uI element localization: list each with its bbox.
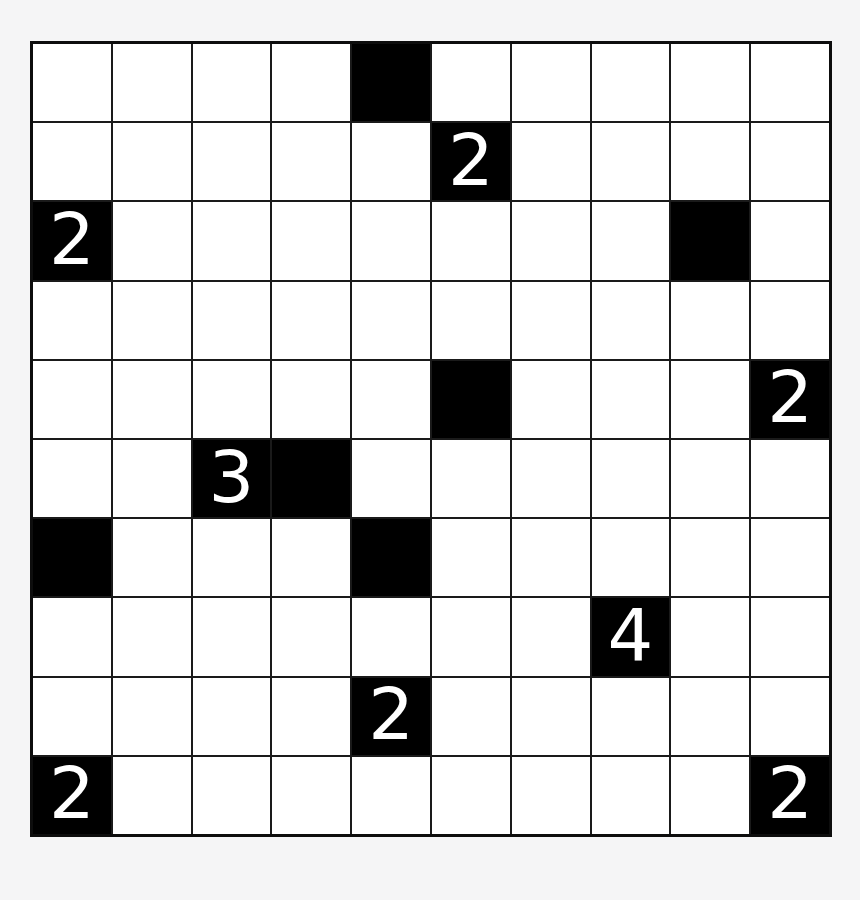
white-cell-r9c8[interactable] [592, 678, 670, 755]
clue-number: 2 [49, 757, 95, 829]
white-cell-r7c3[interactable] [193, 519, 271, 596]
white-cell-r9c10[interactable] [751, 678, 829, 755]
white-cell-r3c2[interactable] [113, 202, 191, 279]
white-cell-r2c3[interactable] [193, 123, 271, 200]
clue-number: 2 [49, 203, 95, 275]
white-cell-r9c2[interactable] [113, 678, 191, 755]
white-cell-r10c6[interactable] [432, 757, 510, 834]
white-cell-r9c6[interactable] [432, 678, 510, 755]
white-cell-r9c9[interactable] [671, 678, 749, 755]
black-cell-r7c1 [33, 519, 111, 596]
white-cell-r2c1[interactable] [33, 123, 111, 200]
white-cell-r9c4[interactable] [272, 678, 350, 755]
clue-cell-r2c6: 2 [432, 123, 510, 200]
white-cell-r6c2[interactable] [113, 440, 191, 517]
white-cell-r4c10[interactable] [751, 282, 829, 359]
white-cell-r10c3[interactable] [193, 757, 271, 834]
akari-board: 22234222 [30, 41, 832, 837]
white-cell-r5c9[interactable] [671, 361, 749, 438]
white-cell-r6c5[interactable] [352, 440, 430, 517]
white-cell-r8c3[interactable] [193, 598, 271, 675]
white-cell-r2c5[interactable] [352, 123, 430, 200]
clue-cell-r8c8: 4 [592, 598, 670, 675]
white-cell-r9c3[interactable] [193, 678, 271, 755]
white-cell-r7c7[interactable] [512, 519, 590, 596]
white-cell-r1c1[interactable] [33, 44, 111, 121]
black-cell-r3c9 [671, 202, 749, 279]
clue-number: 2 [767, 361, 813, 433]
white-cell-r2c10[interactable] [751, 123, 829, 200]
clue-cell-r5c10: 2 [751, 361, 829, 438]
white-cell-r7c8[interactable] [592, 519, 670, 596]
white-cell-r1c6[interactable] [432, 44, 510, 121]
white-cell-r5c3[interactable] [193, 361, 271, 438]
white-cell-r7c10[interactable] [751, 519, 829, 596]
white-cell-r2c4[interactable] [272, 123, 350, 200]
white-cell-r8c4[interactable] [272, 598, 350, 675]
white-cell-r1c4[interactable] [272, 44, 350, 121]
white-cell-r2c7[interactable] [512, 123, 590, 200]
white-cell-r7c9[interactable] [671, 519, 749, 596]
white-cell-r3c7[interactable] [512, 202, 590, 279]
white-cell-r7c6[interactable] [432, 519, 510, 596]
clue-cell-r9c5: 2 [352, 678, 430, 755]
clue-number: 2 [767, 757, 813, 829]
clue-cell-r6c3: 3 [193, 440, 271, 517]
white-cell-r4c4[interactable] [272, 282, 350, 359]
white-cell-r8c9[interactable] [671, 598, 749, 675]
white-cell-r6c6[interactable] [432, 440, 510, 517]
white-cell-r4c2[interactable] [113, 282, 191, 359]
black-cell-r5c6 [432, 361, 510, 438]
black-cell-r6c4 [272, 440, 350, 517]
clue-number: 3 [209, 441, 255, 513]
black-cell-r7c5 [352, 519, 430, 596]
white-cell-r8c5[interactable] [352, 598, 430, 675]
white-cell-r9c1[interactable] [33, 678, 111, 755]
white-cell-r5c2[interactable] [113, 361, 191, 438]
white-cell-r4c7[interactable] [512, 282, 590, 359]
white-cell-r6c9[interactable] [671, 440, 749, 517]
white-cell-r4c6[interactable] [432, 282, 510, 359]
white-cell-r10c2[interactable] [113, 757, 191, 834]
white-cell-r1c3[interactable] [193, 44, 271, 121]
white-cell-r1c2[interactable] [113, 44, 191, 121]
white-cell-r1c10[interactable] [751, 44, 829, 121]
white-cell-r10c4[interactable] [272, 757, 350, 834]
white-cell-r1c7[interactable] [512, 44, 590, 121]
white-cell-r6c10[interactable] [751, 440, 829, 517]
white-cell-r8c2[interactable] [113, 598, 191, 675]
white-cell-r10c8[interactable] [592, 757, 670, 834]
white-cell-r4c9[interactable] [671, 282, 749, 359]
clue-cell-r10c1: 2 [33, 757, 111, 834]
white-cell-r7c2[interactable] [113, 519, 191, 596]
clue-number: 2 [368, 678, 414, 750]
clue-cell-r10c10: 2 [751, 757, 829, 834]
white-cell-r2c8[interactable] [592, 123, 670, 200]
white-cell-r5c1[interactable] [33, 361, 111, 438]
white-cell-r7c4[interactable] [272, 519, 350, 596]
white-cell-r4c8[interactable] [592, 282, 670, 359]
white-cell-r5c5[interactable] [352, 361, 430, 438]
white-cell-r3c10[interactable] [751, 202, 829, 279]
white-cell-r2c9[interactable] [671, 123, 749, 200]
white-cell-r8c6[interactable] [432, 598, 510, 675]
white-cell-r3c6[interactable] [432, 202, 510, 279]
white-cell-r3c5[interactable] [352, 202, 430, 279]
white-cell-r8c10[interactable] [751, 598, 829, 675]
white-cell-r8c1[interactable] [33, 598, 111, 675]
white-cell-r4c1[interactable] [33, 282, 111, 359]
white-cell-r6c1[interactable] [33, 440, 111, 517]
white-cell-r3c8[interactable] [592, 202, 670, 279]
clue-cell-r3c1: 2 [33, 202, 111, 279]
white-cell-r10c7[interactable] [512, 757, 590, 834]
white-cell-r6c7[interactable] [512, 440, 590, 517]
white-cell-r5c7[interactable] [512, 361, 590, 438]
white-cell-r3c4[interactable] [272, 202, 350, 279]
white-cell-r8c7[interactable] [512, 598, 590, 675]
clue-number: 2 [448, 124, 494, 196]
white-cell-r6c8[interactable] [592, 440, 670, 517]
white-cell-r1c9[interactable] [671, 44, 749, 121]
white-cell-r9c7[interactable] [512, 678, 590, 755]
white-cell-r5c8[interactable] [592, 361, 670, 438]
white-cell-r3c3[interactable] [193, 202, 271, 279]
white-cell-r4c3[interactable] [193, 282, 271, 359]
black-cell-r1c5 [352, 44, 430, 121]
white-cell-r2c2[interactable] [113, 123, 191, 200]
white-cell-r5c4[interactable] [272, 361, 350, 438]
white-cell-r10c9[interactable] [671, 757, 749, 834]
white-cell-r1c8[interactable] [592, 44, 670, 121]
clue-number: 4 [608, 599, 654, 671]
white-cell-r4c5[interactable] [352, 282, 430, 359]
white-cell-r10c5[interactable] [352, 757, 430, 834]
